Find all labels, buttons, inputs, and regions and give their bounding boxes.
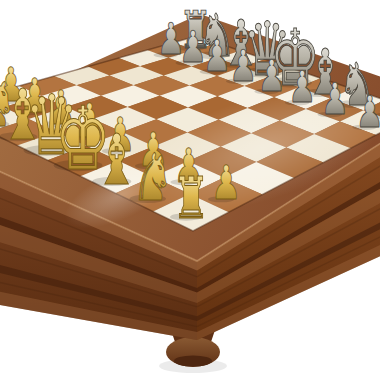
white-pawn-h2: ♟ [211, 155, 241, 210]
white-knight-g1: ♞ [132, 139, 174, 215]
white-rook-h1: ♜ [173, 164, 210, 232]
black-pawn-f7: ♟ [288, 62, 316, 112]
black-pawn-h7: ♟ [356, 86, 380, 136]
black-pawn-c7: ♟ [203, 31, 231, 81]
case-foot-base [174, 356, 212, 367]
chess-set-scene: ♜♟♞♟♝♟♛♟♚♟♝♟♟♞♟♜♟♜♟♞♟♝♟♛♟♚♟♝♟♞♟♜ [0, 0, 380, 380]
chess-board-photo: ♜♟♞♟♝♟♛♟♚♟♝♟♟♞♟♜♟♜♟♞♟♝♟♛♟♚♟♝♟♞♟♜ [0, 0, 380, 380]
black-pawn-d7: ♟ [229, 40, 257, 90]
black-pawn-g7: ♟ [321, 74, 349, 124]
black-pawn-e7: ♟ [258, 51, 286, 101]
